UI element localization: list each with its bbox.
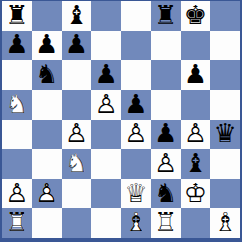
square-b4[interactable] <box>32 120 62 150</box>
square-b6[interactable]: ♞ <box>32 60 62 90</box>
square-c6[interactable] <box>62 60 92 90</box>
square-f5[interactable] <box>151 90 181 120</box>
piece-outline-glyph: ♙ <box>94 91 117 117</box>
piece-outline-glyph: ♙ <box>184 121 207 147</box>
square-f2[interactable]: ♞ <box>151 179 181 209</box>
piece-glyph: ♟ <box>5 32 28 58</box>
square-e7[interactable] <box>121 31 151 61</box>
black-pawn[interactable]: ♟ <box>32 31 62 61</box>
black-queen[interactable]: ♛ <box>210 120 240 150</box>
square-g1[interactable] <box>181 208 211 238</box>
square-h3[interactable] <box>210 149 240 179</box>
piece-outline-glyph: ♙ <box>65 121 88 147</box>
piece-outline-glyph: ♙ <box>154 150 177 176</box>
white-bishop[interactable]: ♝♗ <box>210 208 240 238</box>
piece-outline-glyph: ♖ <box>154 210 177 236</box>
piece-outline-glyph: ♙ <box>35 180 58 206</box>
white-pawn[interactable]: ♟♙ <box>2 179 32 209</box>
square-e8[interactable] <box>121 1 151 31</box>
square-g6[interactable]: ♟ <box>181 60 211 90</box>
square-c2[interactable] <box>62 179 92 209</box>
square-d8[interactable] <box>91 1 121 31</box>
piece-outline-glyph: ♙ <box>5 180 28 206</box>
white-knight[interactable]: ♞♘ <box>2 90 32 120</box>
square-b2[interactable]: ♟♙ <box>32 179 62 209</box>
piece-glyph: ♟ <box>124 91 147 117</box>
square-g5[interactable] <box>181 90 211 120</box>
white-queen[interactable]: ♛♕ <box>121 179 151 209</box>
chess-board: ♜♝♜♚♟♟♟♞♟♟♞♘♟♙♟♟♙♟♙♟♟♙♛♞♘♟♙♝♟♙♟♙♛♕♞♚♔♜♖♝… <box>0 0 242 242</box>
piece-outline-glyph: ♙ <box>124 121 147 147</box>
piece-outline-glyph: ♕ <box>124 180 147 206</box>
piece-glyph: ♟ <box>94 62 117 88</box>
square-d7[interactable] <box>91 31 121 61</box>
piece-glyph: ♜ <box>154 2 177 28</box>
white-pawn[interactable]: ♟♙ <box>181 120 211 150</box>
square-d3[interactable] <box>91 149 121 179</box>
square-e2[interactable]: ♛♕ <box>121 179 151 209</box>
square-a8[interactable]: ♜ <box>2 1 32 31</box>
square-e5[interactable]: ♟ <box>121 90 151 120</box>
black-knight[interactable]: ♞ <box>151 179 181 209</box>
white-pawn[interactable]: ♟♙ <box>62 120 92 150</box>
white-pawn[interactable]: ♟♙ <box>91 90 121 120</box>
square-g3[interactable]: ♝ <box>181 149 211 179</box>
square-d4[interactable] <box>91 120 121 150</box>
square-a6[interactable] <box>2 60 32 90</box>
piece-outline-glyph: ♖ <box>5 210 28 236</box>
square-a4[interactable] <box>2 120 32 150</box>
black-pawn[interactable]: ♟ <box>62 31 92 61</box>
square-f3[interactable]: ♟♙ <box>151 149 181 179</box>
square-e3[interactable] <box>121 149 151 179</box>
square-e4[interactable]: ♟♙ <box>121 120 151 150</box>
white-pawn[interactable]: ♟♙ <box>121 120 151 150</box>
square-b5[interactable] <box>32 90 62 120</box>
square-g8[interactable]: ♚ <box>181 1 211 31</box>
square-g4[interactable]: ♟♙ <box>181 120 211 150</box>
square-e1[interactable]: ♝♗ <box>121 208 151 238</box>
square-a1[interactable]: ♜♖ <box>2 208 32 238</box>
square-a2[interactable]: ♟♙ <box>2 179 32 209</box>
piece-glyph: ♟ <box>154 121 177 147</box>
square-h1[interactable]: ♝♗ <box>210 208 240 238</box>
black-bishop[interactable]: ♝ <box>62 1 92 31</box>
square-c7[interactable]: ♟ <box>62 31 92 61</box>
piece-glyph: ♚ <box>184 2 207 28</box>
square-h5[interactable] <box>210 90 240 120</box>
square-d2[interactable] <box>91 179 121 209</box>
square-f1[interactable]: ♜♖ <box>151 208 181 238</box>
black-king[interactable]: ♚ <box>181 1 211 31</box>
black-knight[interactable]: ♞ <box>32 60 62 90</box>
white-pawn[interactable]: ♟♙ <box>151 149 181 179</box>
piece-glyph: ♟ <box>65 32 88 58</box>
square-f8[interactable]: ♜ <box>151 1 181 31</box>
square-d1[interactable] <box>91 208 121 238</box>
square-h2[interactable] <box>210 179 240 209</box>
white-rook[interactable]: ♜♖ <box>2 208 32 238</box>
black-pawn[interactable]: ♟ <box>151 120 181 150</box>
piece-glyph: ♞ <box>35 62 58 88</box>
piece-glyph: ♜ <box>5 2 28 28</box>
square-d6[interactable]: ♟ <box>91 60 121 90</box>
piece-glyph: ♝ <box>184 150 207 176</box>
black-bishop[interactable]: ♝ <box>181 149 211 179</box>
square-f4[interactable]: ♟ <box>151 120 181 150</box>
square-c1[interactable] <box>62 208 92 238</box>
square-h7[interactable] <box>210 31 240 61</box>
square-f7[interactable] <box>151 31 181 61</box>
white-rook[interactable]: ♜♖ <box>151 208 181 238</box>
piece-outline-glyph: ♔ <box>184 180 207 206</box>
piece-outline-glyph: ♘ <box>5 91 28 117</box>
square-g2[interactable]: ♚♔ <box>181 179 211 209</box>
black-rook[interactable]: ♜ <box>2 1 32 31</box>
square-e6[interactable] <box>121 60 151 90</box>
square-c4[interactable]: ♟♙ <box>62 120 92 150</box>
square-b3[interactable] <box>32 149 62 179</box>
square-b1[interactable] <box>32 208 62 238</box>
piece-glyph: ♞ <box>154 180 177 206</box>
black-rook[interactable]: ♜ <box>151 1 181 31</box>
piece-outline-glyph: ♗ <box>124 210 147 236</box>
piece-glyph: ♟ <box>35 32 58 58</box>
piece-outline-glyph: ♗ <box>213 210 236 236</box>
square-h8[interactable] <box>210 1 240 31</box>
white-bishop[interactable]: ♝♗ <box>121 208 151 238</box>
black-pawn[interactable]: ♟ <box>2 31 32 61</box>
square-c3[interactable]: ♞♘ <box>62 149 92 179</box>
square-b8[interactable] <box>32 1 62 31</box>
square-c5[interactable] <box>62 90 92 120</box>
black-pawn[interactable]: ♟ <box>91 60 121 90</box>
piece-glyph: ♛ <box>213 121 236 147</box>
square-h4[interactable]: ♛ <box>210 120 240 150</box>
square-a3[interactable] <box>2 149 32 179</box>
square-a7[interactable]: ♟ <box>2 31 32 61</box>
white-king[interactable]: ♚♔ <box>181 179 211 209</box>
black-pawn[interactable]: ♟ <box>121 90 151 120</box>
square-f6[interactable] <box>151 60 181 90</box>
square-h6[interactable] <box>210 60 240 90</box>
piece-glyph: ♟ <box>184 62 207 88</box>
black-pawn[interactable]: ♟ <box>181 60 211 90</box>
white-pawn[interactable]: ♟♙ <box>32 179 62 209</box>
square-a5[interactable]: ♞♘ <box>2 90 32 120</box>
piece-outline-glyph: ♘ <box>65 150 88 176</box>
square-g7[interactable] <box>181 31 211 61</box>
piece-glyph: ♝ <box>65 2 88 28</box>
square-b7[interactable]: ♟ <box>32 31 62 61</box>
white-knight[interactable]: ♞♘ <box>62 149 92 179</box>
square-c8[interactable]: ♝ <box>62 1 92 31</box>
square-d5[interactable]: ♟♙ <box>91 90 121 120</box>
